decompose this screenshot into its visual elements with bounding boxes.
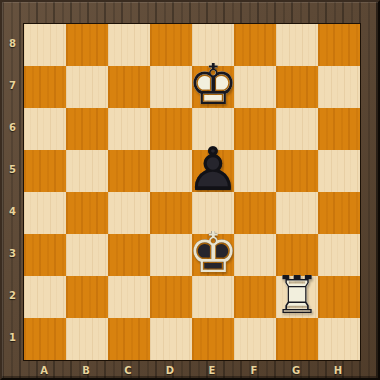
- square-c3[interactable]: [108, 234, 150, 276]
- square-f7[interactable]: [234, 66, 276, 108]
- square-f6[interactable]: [234, 108, 276, 150]
- square-b3[interactable]: [66, 234, 108, 276]
- square-e5[interactable]: ♟♙: [192, 150, 234, 192]
- piece-white-king[interactable]: ♚♔: [192, 66, 234, 108]
- square-h7[interactable]: [318, 66, 360, 108]
- piece-white-rook[interactable]: ♜♖: [276, 276, 318, 318]
- square-d4[interactable]: [150, 192, 192, 234]
- rank-label-5: 5: [2, 149, 23, 191]
- square-a4[interactable]: [24, 192, 66, 234]
- file-label-a: A: [23, 360, 65, 380]
- board-frame: 87654321 ABCDEFGH ♚♔♟♙♚♔♜♖: [0, 0, 380, 380]
- square-d3[interactable]: [150, 234, 192, 276]
- square-g5[interactable]: [276, 150, 318, 192]
- square-h5[interactable]: [318, 150, 360, 192]
- square-e3[interactable]: ♚♔: [192, 234, 234, 276]
- square-f5[interactable]: [234, 150, 276, 192]
- square-f4[interactable]: [234, 192, 276, 234]
- square-c2[interactable]: [108, 276, 150, 318]
- piece-black-pawn[interactable]: ♟♙: [192, 150, 234, 192]
- square-a5[interactable]: [24, 150, 66, 192]
- square-b4[interactable]: [66, 192, 108, 234]
- black-king-outline: ♔: [188, 225, 238, 281]
- square-b8[interactable]: [66, 24, 108, 66]
- square-a1[interactable]: [24, 318, 66, 360]
- square-c6[interactable]: [108, 108, 150, 150]
- square-a6[interactable]: [24, 108, 66, 150]
- rank-label-6: 6: [2, 107, 23, 149]
- square-b7[interactable]: [66, 66, 108, 108]
- square-c8[interactable]: [108, 24, 150, 66]
- square-h8[interactable]: [318, 24, 360, 66]
- square-h2[interactable]: [318, 276, 360, 318]
- square-e1[interactable]: [192, 318, 234, 360]
- square-h6[interactable]: [318, 108, 360, 150]
- square-c5[interactable]: [108, 150, 150, 192]
- square-d1[interactable]: [150, 318, 192, 360]
- square-g2[interactable]: ♜♖: [276, 276, 318, 318]
- square-d2[interactable]: [150, 276, 192, 318]
- square-b1[interactable]: [66, 318, 108, 360]
- file-label-e: E: [191, 360, 233, 380]
- square-a2[interactable]: [24, 276, 66, 318]
- square-c4[interactable]: [108, 192, 150, 234]
- square-b2[interactable]: [66, 276, 108, 318]
- chess-diagram: 87654321 ABCDEFGH ♚♔♟♙♚♔♜♖: [0, 0, 380, 380]
- file-label-c: C: [107, 360, 149, 380]
- black-pawn-outline: ♙: [186, 139, 240, 199]
- rank-label-8: 8: [2, 23, 23, 65]
- square-e2[interactable]: [192, 276, 234, 318]
- rank-label-7: 7: [2, 65, 23, 107]
- square-a3[interactable]: [24, 234, 66, 276]
- square-h1[interactable]: [318, 318, 360, 360]
- file-label-g: G: [275, 360, 317, 380]
- square-g8[interactable]: [276, 24, 318, 66]
- rank-label-2: 2: [2, 275, 23, 317]
- rank-label-3: 3: [2, 233, 23, 275]
- white-rook-outline: ♖: [274, 269, 321, 321]
- rank-label-4: 4: [2, 191, 23, 233]
- square-h3[interactable]: [318, 234, 360, 276]
- file-label-d: D: [149, 360, 191, 380]
- square-g1[interactable]: [276, 318, 318, 360]
- file-label-b: B: [65, 360, 107, 380]
- square-f1[interactable]: [234, 318, 276, 360]
- square-g7[interactable]: [276, 66, 318, 108]
- square-f8[interactable]: [234, 24, 276, 66]
- square-f2[interactable]: [234, 276, 276, 318]
- piece-black-king[interactable]: ♚♔: [192, 234, 234, 276]
- square-a7[interactable]: [24, 66, 66, 108]
- board: ♚♔♟♙♚♔♜♖: [23, 23, 361, 361]
- square-d8[interactable]: [150, 24, 192, 66]
- square-d7[interactable]: [150, 66, 192, 108]
- white-king-outline: ♔: [188, 57, 238, 113]
- square-g4[interactable]: [276, 192, 318, 234]
- square-f3[interactable]: [234, 234, 276, 276]
- file-label-f: F: [233, 360, 275, 380]
- square-b6[interactable]: [66, 108, 108, 150]
- square-g6[interactable]: [276, 108, 318, 150]
- square-c1[interactable]: [108, 318, 150, 360]
- square-c7[interactable]: [108, 66, 150, 108]
- rank-label-1: 1: [2, 317, 23, 359]
- square-e7[interactable]: ♚♔: [192, 66, 234, 108]
- square-a8[interactable]: [24, 24, 66, 66]
- file-label-h: H: [317, 360, 359, 380]
- square-h4[interactable]: [318, 192, 360, 234]
- square-b5[interactable]: [66, 150, 108, 192]
